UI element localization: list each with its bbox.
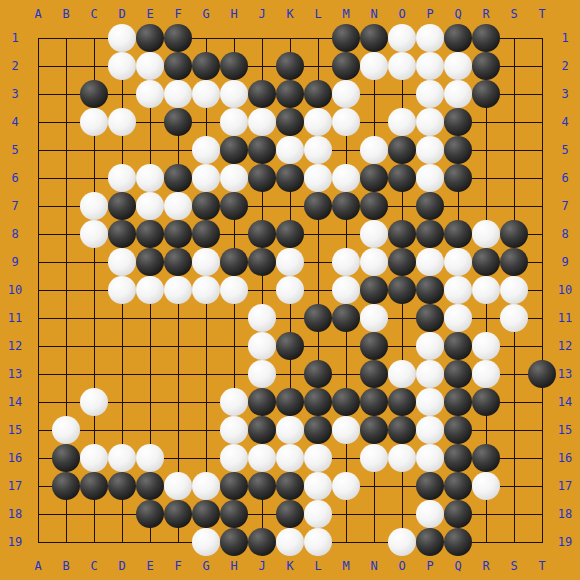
black-stone-F9: ● [164, 248, 192, 276]
col-label-M-top: M [342, 8, 349, 20]
black-stone-R16: ● [472, 444, 500, 472]
col-label-S-top: S [510, 8, 517, 20]
col-label-B-bottom: B [62, 560, 69, 572]
black-stone-J6: ● [248, 164, 276, 192]
black-stone-T13: ● [528, 360, 556, 388]
white-stone-M6: ○ [332, 164, 360, 192]
black-stone-E18: ● [136, 500, 164, 528]
white-stone-M10: ○ [332, 276, 360, 304]
black-stone-H5: ● [220, 136, 248, 164]
black-stone-Q8: ● [444, 220, 472, 248]
black-stone-K6: ● [276, 164, 304, 192]
white-stone-N16: ○ [360, 444, 388, 472]
col-label-L-top: L [314, 8, 321, 20]
black-stone-J9: ● [248, 248, 276, 276]
col-label-E-top: E [146, 8, 153, 20]
col-label-K-bottom: K [286, 560, 293, 572]
black-stone-S8: ● [500, 220, 528, 248]
col-label-B-top: B [62, 8, 69, 20]
white-stone-L6: ○ [304, 164, 332, 192]
go-board[interactable]: ABCDEFGHJKLMNOPQRST ABCDEFGHJKLMNOPQRST … [0, 0, 580, 580]
black-stone-D7: ● [108, 192, 136, 220]
black-stone-H2: ● [220, 52, 248, 80]
black-stone-C17: ● [80, 472, 108, 500]
white-stone-P16: ○ [416, 444, 444, 472]
black-stone-C3: ● [80, 80, 108, 108]
black-stone-M14: ● [332, 388, 360, 416]
black-stone-J15: ● [248, 416, 276, 444]
white-stone-G5: ○ [192, 136, 220, 164]
white-stone-E16: ○ [136, 444, 164, 472]
white-stone-G3: ○ [192, 80, 220, 108]
col-label-N-bottom: N [370, 560, 377, 572]
black-stone-F2: ● [164, 52, 192, 80]
white-stone-J11: ○ [248, 304, 276, 332]
row-label-10-right: 10 [558, 284, 572, 296]
black-stone-N14: ● [360, 388, 388, 416]
row-label-9-left: 9 [11, 256, 18, 268]
white-stone-F10: ○ [164, 276, 192, 304]
row-label-10-left: 10 [8, 284, 22, 296]
white-stone-M9: ○ [332, 248, 360, 276]
white-stone-G9: ○ [192, 248, 220, 276]
white-stone-L17: ○ [304, 472, 332, 500]
white-stone-N11: ○ [360, 304, 388, 332]
black-stone-R3: ● [472, 80, 500, 108]
black-stone-O14: ● [388, 388, 416, 416]
white-stone-L18: ○ [304, 500, 332, 528]
white-stone-G17: ○ [192, 472, 220, 500]
white-stone-O19: ○ [388, 528, 416, 556]
black-stone-Q19: ● [444, 528, 472, 556]
black-stone-L15: ● [304, 416, 332, 444]
black-stone-G18: ● [192, 500, 220, 528]
white-stone-D10: ○ [108, 276, 136, 304]
white-stone-K19: ○ [276, 528, 304, 556]
black-stone-N12: ● [360, 332, 388, 360]
black-stone-P11: ● [416, 304, 444, 332]
black-stone-H19: ● [220, 528, 248, 556]
white-stone-F3: ○ [164, 80, 192, 108]
white-stone-R17: ○ [472, 472, 500, 500]
white-stone-J4: ○ [248, 108, 276, 136]
white-stone-K16: ○ [276, 444, 304, 472]
black-stone-Q16: ● [444, 444, 472, 472]
white-stone-G19: ○ [192, 528, 220, 556]
black-stone-J19: ● [248, 528, 276, 556]
white-stone-H10: ○ [220, 276, 248, 304]
col-label-O-bottom: O [398, 560, 405, 572]
black-stone-K4: ● [276, 108, 304, 136]
black-stone-J14: ● [248, 388, 276, 416]
row-label-3-left: 3 [11, 88, 18, 100]
white-stone-E2: ○ [136, 52, 164, 80]
row-label-17-left: 17 [8, 480, 22, 492]
black-stone-O15: ● [388, 416, 416, 444]
black-stone-F18: ● [164, 500, 192, 528]
black-stone-H9: ● [220, 248, 248, 276]
black-stone-F1: ● [164, 24, 192, 52]
row-label-8-right: 8 [561, 228, 568, 240]
row-label-2-right: 2 [561, 60, 568, 72]
row-label-13-left: 13 [8, 368, 22, 380]
col-label-Q-bottom: Q [454, 560, 461, 572]
row-label-7-left: 7 [11, 200, 18, 212]
row-label-6-left: 6 [11, 172, 18, 184]
white-stone-S10: ○ [500, 276, 528, 304]
black-stone-H17: ● [220, 472, 248, 500]
col-label-E-bottom: E [146, 560, 153, 572]
col-label-G-bottom: G [202, 560, 209, 572]
black-stone-Q18: ● [444, 500, 472, 528]
black-stone-P10: ● [416, 276, 444, 304]
row-label-7-right: 7 [561, 200, 568, 212]
black-stone-E17: ● [136, 472, 164, 500]
row-label-19-right: 19 [558, 536, 572, 548]
col-label-R-bottom: R [482, 560, 489, 572]
black-stone-D8: ● [108, 220, 136, 248]
white-stone-P9: ○ [416, 248, 444, 276]
black-stone-K8: ● [276, 220, 304, 248]
black-stone-M7: ● [332, 192, 360, 220]
white-stone-S11: ○ [500, 304, 528, 332]
row-label-5-right: 5 [561, 144, 568, 156]
white-stone-M15: ○ [332, 416, 360, 444]
white-stone-D2: ○ [108, 52, 136, 80]
row-label-1-right: 1 [561, 32, 568, 44]
black-stone-F4: ● [164, 108, 192, 136]
black-stone-Q4: ● [444, 108, 472, 136]
white-stone-P5: ○ [416, 136, 444, 164]
white-stone-G10: ○ [192, 276, 220, 304]
row-label-13-right: 13 [558, 368, 572, 380]
white-stone-H6: ○ [220, 164, 248, 192]
col-label-C-top: C [90, 8, 97, 20]
black-stone-J8: ● [248, 220, 276, 248]
white-stone-J13: ○ [248, 360, 276, 388]
white-stone-B15: ○ [52, 416, 80, 444]
col-label-H-bottom: H [230, 560, 237, 572]
col-label-F-top: F [174, 8, 181, 20]
row-label-17-right: 17 [558, 480, 572, 492]
black-stone-M2: ● [332, 52, 360, 80]
black-stone-N13: ● [360, 360, 388, 388]
white-stone-N8: ○ [360, 220, 388, 248]
black-stone-D17: ● [108, 472, 136, 500]
row-label-6-right: 6 [561, 172, 568, 184]
black-stone-N6: ● [360, 164, 388, 192]
black-stone-M1: ● [332, 24, 360, 52]
col-label-O-top: O [398, 8, 405, 20]
row-label-15-left: 15 [8, 424, 22, 436]
black-stone-G2: ● [192, 52, 220, 80]
white-stone-J12: ○ [248, 332, 276, 360]
white-stone-J16: ○ [248, 444, 276, 472]
row-label-18-left: 18 [8, 508, 22, 520]
row-label-11-right: 11 [558, 312, 572, 324]
white-stone-R10: ○ [472, 276, 500, 304]
white-stone-K5: ○ [276, 136, 304, 164]
black-stone-E9: ● [136, 248, 164, 276]
white-stone-E6: ○ [136, 164, 164, 192]
white-stone-P4: ○ [416, 108, 444, 136]
black-stone-E1: ● [136, 24, 164, 52]
white-stone-K15: ○ [276, 416, 304, 444]
black-stone-P17: ● [416, 472, 444, 500]
white-stone-P6: ○ [416, 164, 444, 192]
row-label-14-left: 14 [8, 396, 22, 408]
white-stone-C14: ○ [80, 388, 108, 416]
black-stone-K3: ● [276, 80, 304, 108]
black-stone-G7: ● [192, 192, 220, 220]
black-stone-Q17: ● [444, 472, 472, 500]
col-label-A-bottom: A [34, 560, 41, 572]
white-stone-F17: ○ [164, 472, 192, 500]
white-stone-O1: ○ [388, 24, 416, 52]
black-stone-N10: ● [360, 276, 388, 304]
black-stone-R1: ● [472, 24, 500, 52]
col-label-C-bottom: C [90, 560, 97, 572]
black-stone-F8: ● [164, 220, 192, 248]
black-stone-P7: ● [416, 192, 444, 220]
col-label-Q-top: Q [454, 8, 461, 20]
white-stone-P14: ○ [416, 388, 444, 416]
row-label-4-right: 4 [561, 116, 568, 128]
white-stone-N5: ○ [360, 136, 388, 164]
row-label-15-right: 15 [558, 424, 572, 436]
black-stone-Q13: ● [444, 360, 472, 388]
black-stone-B17: ● [52, 472, 80, 500]
black-stone-F6: ● [164, 164, 192, 192]
black-stone-K14: ● [276, 388, 304, 416]
black-stone-R9: ● [472, 248, 500, 276]
row-label-1-left: 1 [11, 32, 18, 44]
white-stone-O13: ○ [388, 360, 416, 388]
col-label-G-top: G [202, 8, 209, 20]
black-stone-L14: ● [304, 388, 332, 416]
white-stone-N9: ○ [360, 248, 388, 276]
row-label-3-right: 3 [561, 88, 568, 100]
white-stone-R8: ○ [472, 220, 500, 248]
white-stone-Q3: ○ [444, 80, 472, 108]
row-label-14-right: 14 [558, 396, 572, 408]
white-stone-D9: ○ [108, 248, 136, 276]
col-label-L-bottom: L [314, 560, 321, 572]
col-label-D-top: D [118, 8, 125, 20]
white-stone-P18: ○ [416, 500, 444, 528]
black-stone-Q14: ● [444, 388, 472, 416]
col-label-N-top: N [370, 8, 377, 20]
black-stone-O6: ● [388, 164, 416, 192]
white-stone-C8: ○ [80, 220, 108, 248]
white-stone-H14: ○ [220, 388, 248, 416]
row-label-4-left: 4 [11, 116, 18, 128]
col-label-H-top: H [230, 8, 237, 20]
black-stone-K17: ● [276, 472, 304, 500]
black-stone-E8: ● [136, 220, 164, 248]
white-stone-E10: ○ [136, 276, 164, 304]
white-stone-Q2: ○ [444, 52, 472, 80]
white-stone-D1: ○ [108, 24, 136, 52]
white-stone-M3: ○ [332, 80, 360, 108]
black-stone-K18: ● [276, 500, 304, 528]
black-stone-Q5: ● [444, 136, 472, 164]
black-stone-O9: ● [388, 248, 416, 276]
black-stone-L13: ● [304, 360, 332, 388]
row-label-5-left: 5 [11, 144, 18, 156]
black-stone-H7: ● [220, 192, 248, 220]
white-stone-H4: ○ [220, 108, 248, 136]
black-stone-S9: ● [500, 248, 528, 276]
black-stone-L3: ● [304, 80, 332, 108]
black-stone-O8: ● [388, 220, 416, 248]
white-stone-P1: ○ [416, 24, 444, 52]
white-stone-D6: ○ [108, 164, 136, 192]
row-label-16-left: 16 [8, 452, 22, 464]
white-stone-F7: ○ [164, 192, 192, 220]
white-stone-G6: ○ [192, 164, 220, 192]
white-stone-M17: ○ [332, 472, 360, 500]
white-stone-O4: ○ [388, 108, 416, 136]
white-stone-R12: ○ [472, 332, 500, 360]
black-stone-G8: ● [192, 220, 220, 248]
black-stone-K12: ● [276, 332, 304, 360]
white-stone-L5: ○ [304, 136, 332, 164]
row-label-8-left: 8 [11, 228, 18, 240]
row-label-16-right: 16 [558, 452, 572, 464]
black-stone-O10: ● [388, 276, 416, 304]
white-stone-H16: ○ [220, 444, 248, 472]
black-stone-B16: ● [52, 444, 80, 472]
black-stone-P8: ● [416, 220, 444, 248]
black-stone-K2: ● [276, 52, 304, 80]
col-label-P-top: P [426, 8, 433, 20]
black-stone-R2: ● [472, 52, 500, 80]
col-label-T-top: T [538, 8, 545, 20]
white-stone-H15: ○ [220, 416, 248, 444]
white-stone-C16: ○ [80, 444, 108, 472]
row-label-19-left: 19 [8, 536, 22, 548]
black-stone-J3: ● [248, 80, 276, 108]
white-stone-M4: ○ [332, 108, 360, 136]
col-label-A-top: A [34, 8, 41, 20]
col-label-M-bottom: M [342, 560, 349, 572]
row-label-11-left: 11 [8, 312, 22, 324]
white-stone-K9: ○ [276, 248, 304, 276]
black-stone-Q12: ● [444, 332, 472, 360]
black-stone-H18: ● [220, 500, 248, 528]
white-stone-E7: ○ [136, 192, 164, 220]
white-stone-L16: ○ [304, 444, 332, 472]
col-label-R-top: R [482, 8, 489, 20]
row-label-9-right: 9 [561, 256, 568, 268]
black-stone-Q1: ● [444, 24, 472, 52]
row-label-2-left: 2 [11, 60, 18, 72]
white-stone-P15: ○ [416, 416, 444, 444]
white-stone-Q9: ○ [444, 248, 472, 276]
col-label-J-top: J [258, 8, 265, 20]
black-stone-N15: ● [360, 416, 388, 444]
row-label-18-right: 18 [558, 508, 572, 520]
white-stone-O16: ○ [388, 444, 416, 472]
white-stone-P13: ○ [416, 360, 444, 388]
white-stone-C4: ○ [80, 108, 108, 136]
col-label-D-bottom: D [118, 560, 125, 572]
white-stone-L4: ○ [304, 108, 332, 136]
black-stone-O5: ● [388, 136, 416, 164]
white-stone-D16: ○ [108, 444, 136, 472]
black-stone-P19: ● [416, 528, 444, 556]
white-stone-E3: ○ [136, 80, 164, 108]
black-stone-N7: ● [360, 192, 388, 220]
black-stone-L7: ● [304, 192, 332, 220]
white-stone-N2: ○ [360, 52, 388, 80]
white-stone-P3: ○ [416, 80, 444, 108]
col-label-J-bottom: J [258, 560, 265, 572]
white-stone-Q10: ○ [444, 276, 472, 304]
row-label-12-right: 12 [558, 340, 572, 352]
black-stone-J17: ● [248, 472, 276, 500]
black-stone-N1: ● [360, 24, 388, 52]
white-stone-D4: ○ [108, 108, 136, 136]
col-label-K-top: K [286, 8, 293, 20]
white-stone-P2: ○ [416, 52, 444, 80]
white-stone-P12: ○ [416, 332, 444, 360]
black-stone-L11: ● [304, 304, 332, 332]
white-stone-O2: ○ [388, 52, 416, 80]
black-stone-Q6: ● [444, 164, 472, 192]
white-stone-C7: ○ [80, 192, 108, 220]
col-label-S-bottom: S [510, 560, 517, 572]
black-stone-R14: ● [472, 388, 500, 416]
white-stone-L19: ○ [304, 528, 332, 556]
white-stone-Q11: ○ [444, 304, 472, 332]
white-stone-K10: ○ [276, 276, 304, 304]
white-stone-H3: ○ [220, 80, 248, 108]
white-stone-R13: ○ [472, 360, 500, 388]
black-stone-J5: ● [248, 136, 276, 164]
col-label-F-bottom: F [174, 560, 181, 572]
col-label-P-bottom: P [426, 560, 433, 572]
black-stone-Q15: ● [444, 416, 472, 444]
black-stone-M11: ● [332, 304, 360, 332]
row-label-12-left: 12 [8, 340, 22, 352]
col-label-T-bottom: T [538, 560, 545, 572]
